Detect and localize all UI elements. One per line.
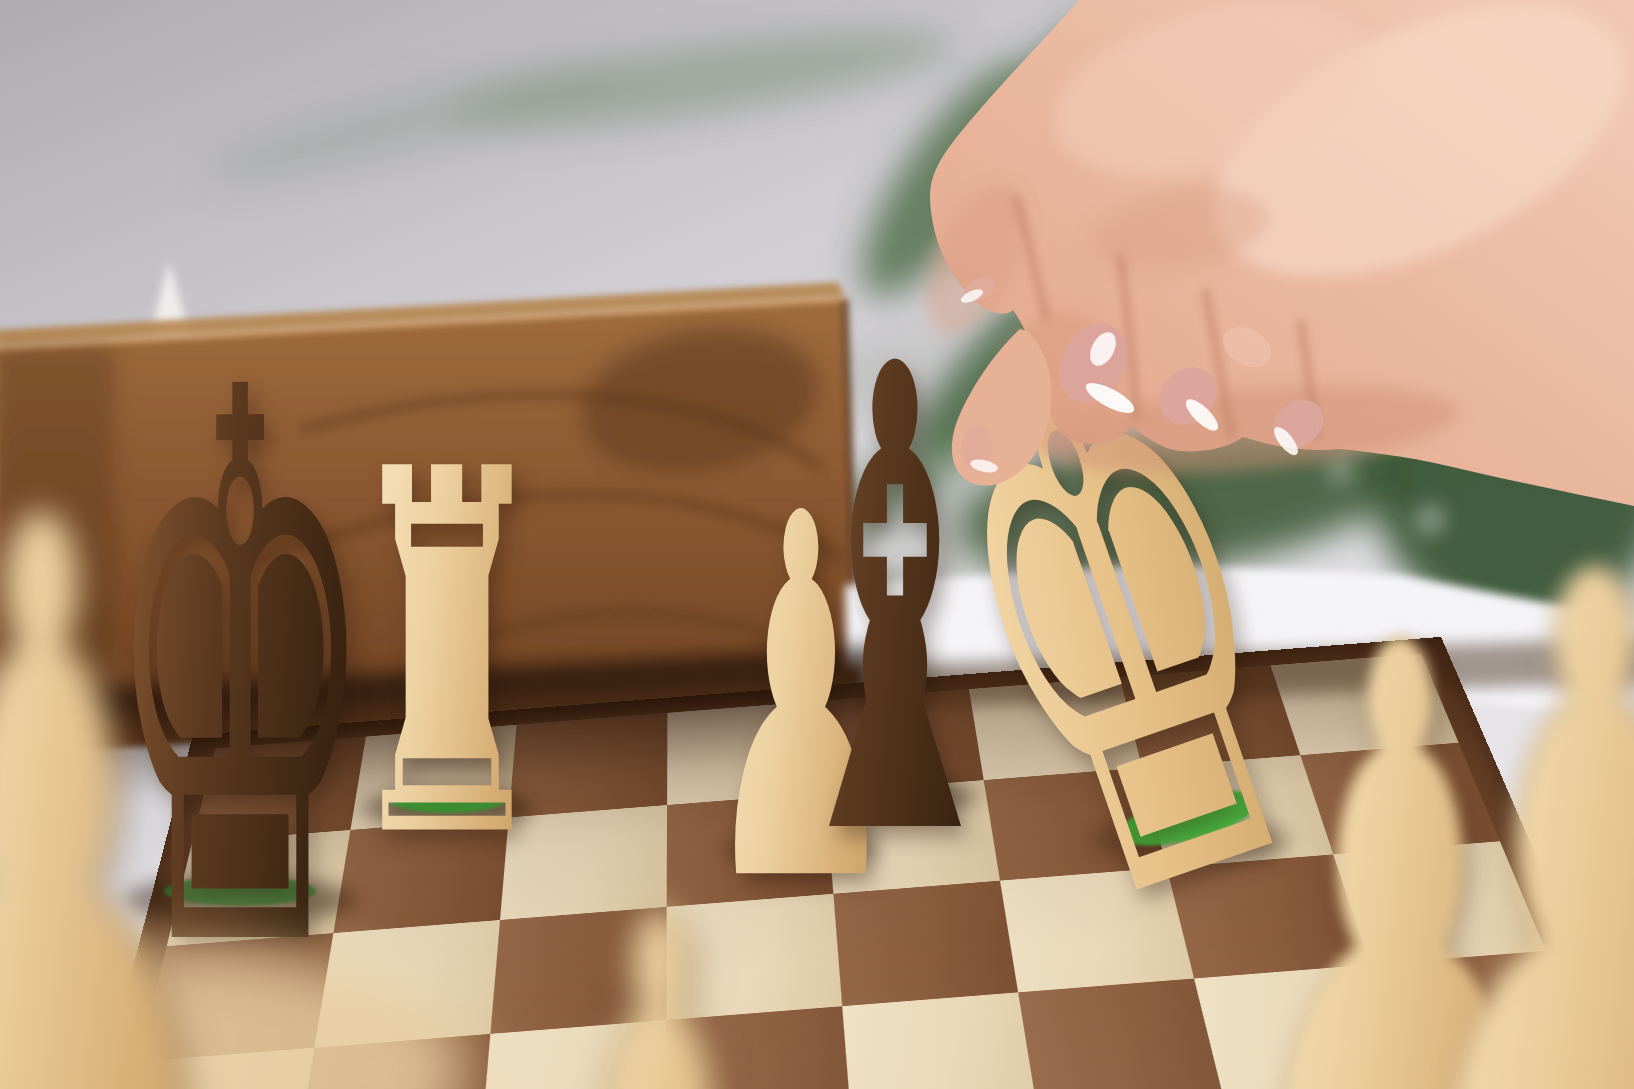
piece-white-pawn-h4[interactable]: ♟ bbox=[42, 400, 894, 1089]
chess-photo-scene: ♚♜♟♝♚♟♟♟♟ bbox=[0, 0, 1634, 1089]
piece-glyph: ♟ bbox=[1365, 455, 1634, 1089]
piece-white-pawn-a3[interactable]: ♟ bbox=[1595, 455, 1634, 1089]
piece-glyph: ♟ bbox=[0, 400, 255, 1089]
